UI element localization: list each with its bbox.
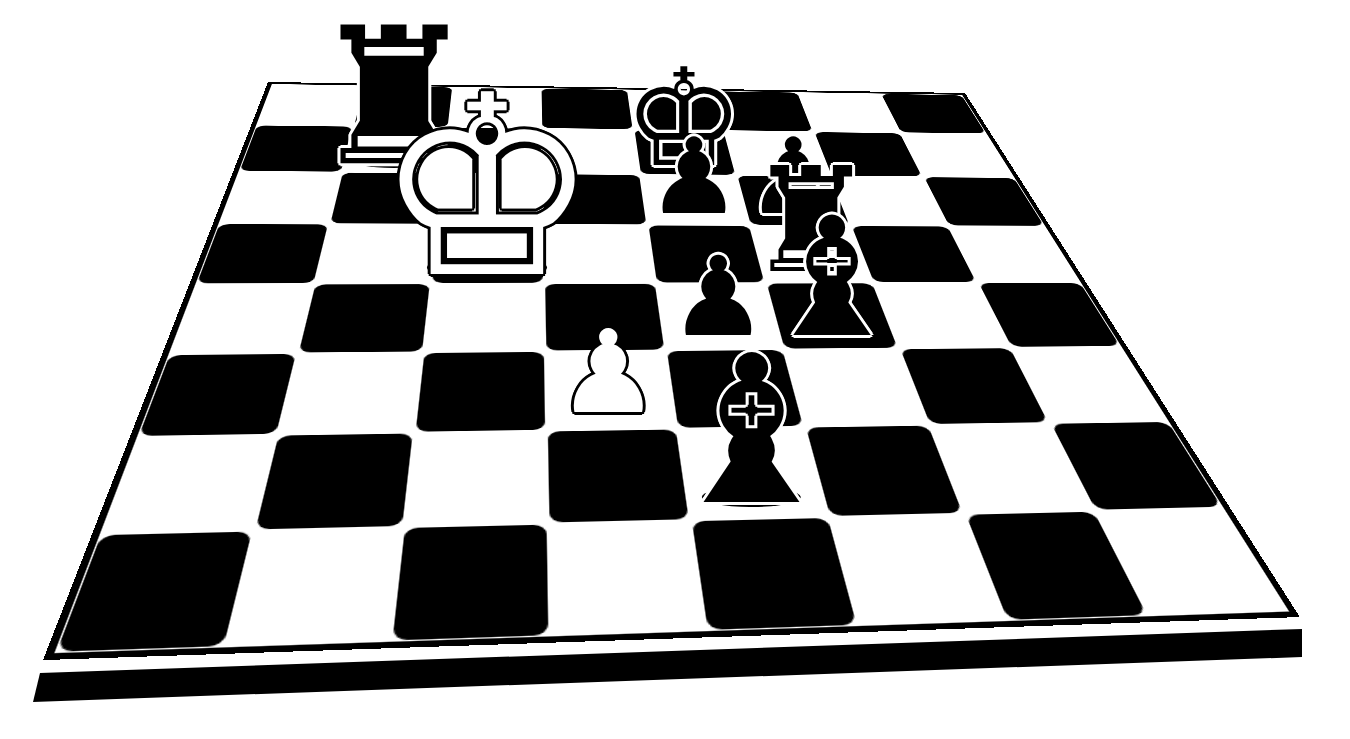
- square-c3: [414, 351, 547, 432]
- square-d3: [545, 350, 677, 430]
- square-e8: [628, 90, 724, 131]
- square-d8: [541, 88, 634, 129]
- square-a5: [195, 224, 328, 284]
- square-a8: [256, 84, 363, 126]
- dark-square-fill: [432, 225, 544, 283]
- dark-square-fill: [545, 284, 664, 351]
- square-b3: [277, 352, 423, 434]
- dark-square-fill: [692, 518, 856, 630]
- square-b1: [225, 527, 403, 647]
- square-c5: [430, 224, 544, 283]
- dark-square-fill: [255, 433, 412, 530]
- square-b8: [353, 85, 453, 127]
- dark-square-fill: [240, 125, 352, 171]
- square-e2: [677, 426, 829, 520]
- square-d1: [548, 520, 706, 636]
- square-f8: [713, 91, 813, 132]
- dark-square-fill: [548, 429, 689, 523]
- square-d4: [544, 283, 665, 351]
- square-d7: [542, 128, 640, 174]
- square-e4: [656, 283, 783, 350]
- square-c4: [423, 283, 546, 352]
- dark-square-fill: [392, 525, 549, 641]
- dark-square-fill: [714, 91, 812, 131]
- square-c1: [390, 524, 551, 642]
- dark-square-fill: [649, 226, 764, 283]
- square-a1: [54, 531, 253, 653]
- dark-square-fill: [881, 94, 985, 133]
- square-d5: [543, 225, 656, 284]
- dark-square-fill: [667, 350, 803, 427]
- dark-square-fill: [330, 172, 442, 223]
- square-d6: [542, 173, 647, 225]
- square-e3: [666, 349, 804, 428]
- dark-square-fill: [354, 86, 452, 127]
- square-e5: [647, 225, 765, 283]
- chessboard-illustration: ♜♚♟♟♚♜♟♝♟♝: [0, 0, 1350, 739]
- dark-square-fill: [415, 352, 545, 431]
- dark-square-fill: [57, 532, 252, 652]
- square-a7: [239, 125, 353, 172]
- square-a6: [219, 171, 342, 224]
- dark-square-fill: [299, 284, 430, 352]
- square-a4: [169, 284, 314, 354]
- square-e6: [640, 174, 750, 225]
- dark-square-fill: [543, 174, 646, 225]
- square-e7: [634, 129, 737, 175]
- square-a2: [100, 434, 277, 534]
- dark-square-fill: [542, 89, 633, 129]
- square-b5: [314, 224, 437, 284]
- chess-board: [43, 82, 1300, 660]
- square-a3: [137, 353, 297, 436]
- square-b4: [297, 284, 430, 353]
- square-d2: [547, 428, 691, 524]
- dark-square-fill: [197, 224, 328, 283]
- dark-square-fill: [635, 130, 735, 175]
- square-c7: [443, 127, 542, 173]
- square-c6: [437, 173, 543, 225]
- square-c8: [448, 87, 542, 128]
- dark-square-fill: [737, 176, 849, 226]
- dark-square-fill: [139, 354, 296, 436]
- square-b2: [253, 432, 413, 531]
- square-b7: [342, 126, 448, 173]
- square-c2: [403, 430, 549, 527]
- dark-square-fill: [444, 128, 541, 173]
- square-b6: [329, 172, 443, 224]
